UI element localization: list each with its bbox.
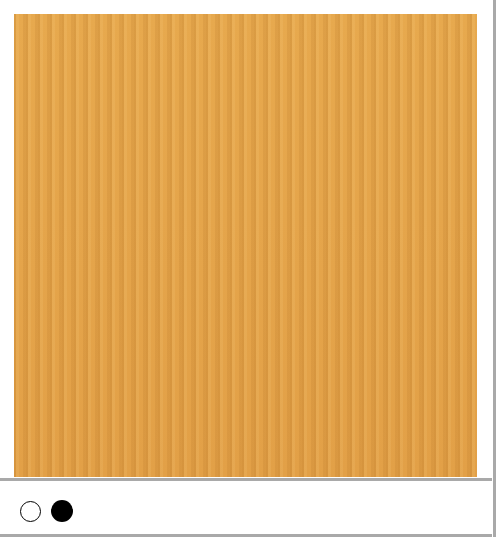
black-stone-icon <box>51 500 73 522</box>
go-board-diagram <box>0 0 500 537</box>
window-edge-right <box>493 0 496 537</box>
board-grid <box>20 19 474 473</box>
white-stone-icon <box>20 501 41 522</box>
board-edge-shadow <box>0 478 492 481</box>
caption <box>20 499 78 523</box>
